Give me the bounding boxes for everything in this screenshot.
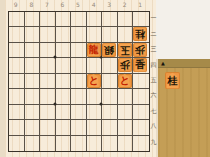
board-square-8一[interactable] [25, 12, 41, 27]
board-square-8七[interactable] [25, 105, 41, 120]
rank-label-二: 二 [150, 26, 157, 41]
board-square-8六[interactable] [25, 89, 41, 104]
board-square-9二[interactable] [9, 27, 25, 42]
board-square-9六[interactable] [9, 89, 25, 104]
board-square-5八[interactable] [71, 120, 87, 135]
file-label-3: 3 [101, 1, 117, 9]
board-square-1五[interactable] [133, 74, 149, 89]
page-background-patch [156, 0, 210, 59]
board-square-9一[interactable] [9, 12, 25, 27]
piece-sente-と-4五[interactable]: と [87, 74, 101, 88]
board-square-3六[interactable] [102, 89, 118, 104]
board-square-2二[interactable] [118, 27, 134, 42]
piece-gote-玉-2三[interactable]: 玉 [118, 43, 132, 57]
board-square-5二[interactable] [71, 27, 87, 42]
board-square-6一[interactable] [56, 12, 72, 27]
rank-label-九: 九 [150, 135, 157, 150]
board-square-4八[interactable] [87, 120, 103, 135]
piece-gote-歩-1三[interactable]: 歩 [133, 43, 147, 57]
file-label-9: 9 [8, 1, 24, 9]
piece-glyph: と [87, 74, 101, 88]
board-square-4一[interactable] [87, 12, 103, 27]
piece-sente-龍-4三[interactable]: 龍 [87, 43, 101, 57]
board-square-1八[interactable] [133, 120, 149, 135]
file-label-1: 1 [132, 1, 148, 9]
board-square-3七[interactable] [102, 105, 118, 120]
hoshi-dot [100, 102, 103, 105]
board-square-4二[interactable] [87, 27, 103, 42]
board-square-1七[interactable] [133, 105, 149, 120]
file-label-6: 6 [55, 1, 71, 9]
rank-label-三: 三 [150, 42, 157, 57]
file-label-8: 8 [24, 1, 40, 9]
board-square-6五[interactable] [56, 74, 72, 89]
board-square-2七[interactable] [118, 105, 134, 120]
board-square-7七[interactable] [40, 105, 56, 120]
file-label-5: 5 [70, 1, 86, 9]
piece-glyph: 銀 [102, 43, 116, 57]
piece-glyph: 桂 [133, 27, 147, 41]
komadai-header-bar: ▲ [158, 59, 210, 68]
board-square-9八[interactable] [9, 120, 25, 135]
board-square-4七[interactable] [87, 105, 103, 120]
piece-glyph: 香 [133, 58, 147, 72]
rank-label-七: 七 [150, 104, 157, 119]
board-square-6六[interactable] [56, 89, 72, 104]
board-square-9五[interactable] [9, 74, 25, 89]
board-square-9三[interactable] [9, 43, 25, 58]
board-square-7八[interactable] [40, 120, 56, 135]
sente-marker-icon: ▲ [161, 60, 165, 66]
board-square-6八[interactable] [56, 120, 72, 135]
piece-sente-と-2五[interactable]: と [118, 74, 132, 88]
board-square-5六[interactable] [71, 89, 87, 104]
board-square-1六[interactable] [133, 89, 149, 104]
board-square-4九[interactable] [87, 136, 103, 151]
piece-gote-桂-1二[interactable]: 桂 [133, 27, 147, 41]
board-square-3一[interactable] [102, 12, 118, 27]
board-square-3四[interactable] [102, 58, 118, 73]
hoshi-dot [53, 56, 56, 59]
piece-gote-歩-2四[interactable]: 歩 [118, 58, 132, 72]
board-square-8二[interactable] [25, 27, 41, 42]
board-square-5七[interactable] [71, 105, 87, 120]
board-square-5三[interactable] [71, 43, 87, 58]
board-square-1九[interactable] [133, 136, 149, 151]
board-square-7四[interactable] [40, 58, 56, 73]
board-square-8三[interactable] [25, 43, 41, 58]
file-label-2: 2 [117, 1, 133, 9]
board-square-3八[interactable] [102, 120, 118, 135]
hoshi-dot [53, 102, 56, 105]
board-square-9七[interactable] [9, 105, 25, 120]
rank-label-六: 六 [150, 88, 157, 103]
piece-glyph: と [118, 74, 132, 88]
board-square-7五[interactable] [40, 74, 56, 89]
board-square-8八[interactable] [25, 120, 41, 135]
board-square-5一[interactable] [71, 12, 87, 27]
board-square-4四[interactable] [87, 58, 103, 73]
rank-label-八: 八 [150, 119, 157, 134]
piece-glyph: 桂 [165, 72, 180, 89]
shogi-app: 987654321 一二三四五六七八九 桂龍銀玉歩歩香とと ▲ 桂 [0, 0, 210, 157]
piece-sente-香-1四[interactable]: 香 [133, 58, 147, 72]
board-square-3九[interactable] [102, 136, 118, 151]
board-square-8四[interactable] [25, 58, 41, 73]
board-square-6七[interactable] [56, 105, 72, 120]
piece-glyph: 歩 [118, 58, 132, 72]
rank-label-一: 一 [150, 11, 157, 26]
board-square-6九[interactable] [56, 136, 72, 151]
board-square-2八[interactable] [118, 120, 134, 135]
board-square-6二[interactable] [56, 27, 72, 42]
board-square-5四[interactable] [71, 58, 87, 73]
board-square-7二[interactable] [40, 27, 56, 42]
board-square-6三[interactable] [56, 43, 72, 58]
board-square-8九[interactable] [25, 136, 41, 151]
board-square-9九[interactable] [9, 136, 25, 151]
file-label-7: 7 [39, 1, 55, 9]
board-square-8五[interactable] [25, 74, 41, 89]
board-square-7九[interactable] [40, 136, 56, 151]
piece-glyph: 玉 [118, 43, 132, 57]
file-label-4: 4 [86, 1, 102, 9]
piece-gote-銀-3三[interactable]: 銀 [102, 43, 116, 57]
board-square-6四[interactable] [56, 58, 72, 73]
board-square-3二[interactable] [102, 27, 118, 42]
board-square-2一[interactable] [118, 12, 134, 27]
hand-piece-sente-桂[interactable]: 桂 [165, 72, 180, 89]
piece-glyph: 龍 [87, 43, 101, 57]
sente-komadai: ▲ 桂 [158, 59, 210, 157]
board-square-2九[interactable] [118, 136, 134, 151]
rank-label-四: 四 [150, 57, 157, 72]
piece-glyph: 歩 [133, 43, 147, 57]
board-square-5五[interactable] [71, 74, 87, 89]
rank-label-五: 五 [150, 73, 157, 88]
board-square-1一[interactable] [133, 12, 149, 27]
board-square-5九[interactable] [71, 136, 87, 151]
board-square-2六[interactable] [118, 89, 134, 104]
board-square-3五[interactable] [102, 74, 118, 89]
board-square-7一[interactable] [40, 12, 56, 27]
board-square-9四[interactable] [9, 58, 25, 73]
